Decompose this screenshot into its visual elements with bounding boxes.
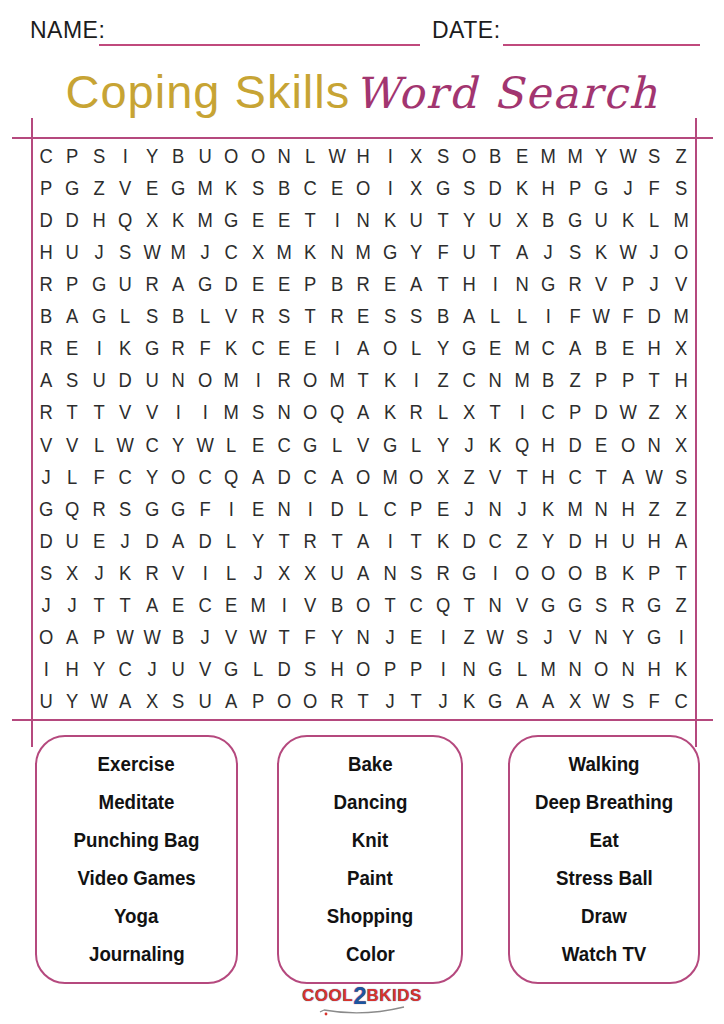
grid-cell[interactable]: O xyxy=(378,332,402,364)
grid-cell[interactable]: D xyxy=(484,172,508,204)
grid-cell[interactable]: O xyxy=(298,364,322,396)
grid-cell[interactable]: E xyxy=(87,525,111,557)
grid-cell[interactable]: J xyxy=(193,236,217,268)
grid-cell[interactable]: G xyxy=(87,268,111,300)
grid-cell[interactable]: N xyxy=(484,493,508,525)
grid-cell[interactable]: W xyxy=(140,236,164,268)
grid-cell[interactable]: H xyxy=(642,332,666,364)
grid-cell[interactable]: Q xyxy=(325,396,349,428)
grid-cell[interactable]: H xyxy=(536,461,560,493)
grid-cell[interactable]: G xyxy=(536,268,560,300)
grid-cell[interactable]: R xyxy=(404,396,428,428)
grid-cell[interactable]: J xyxy=(113,525,137,557)
grid-cell[interactable]: Q xyxy=(431,589,455,621)
grid-cell[interactable]: E xyxy=(60,332,84,364)
grid-cell[interactable]: R xyxy=(272,364,296,396)
grid-cell[interactable]: F xyxy=(642,685,666,717)
grid-cell[interactable]: Y xyxy=(60,685,84,717)
grid-cell[interactable]: B xyxy=(536,204,560,236)
grid-cell[interactable]: G xyxy=(563,589,587,621)
grid-cell[interactable]: I xyxy=(378,172,402,204)
grid-cell[interactable]: U xyxy=(589,204,613,236)
grid-cell[interactable]: D xyxy=(272,461,296,493)
grid-cell[interactable]: M xyxy=(272,236,296,268)
grid-cell[interactable]: W xyxy=(325,140,349,172)
grid-cell[interactable]: S xyxy=(113,236,137,268)
grid-cell[interactable]: F xyxy=(563,300,587,332)
grid-cell[interactable]: X xyxy=(246,236,270,268)
grid-cell[interactable]: G xyxy=(642,589,666,621)
grid-cell[interactable]: E xyxy=(140,172,164,204)
grid-cell[interactable]: D xyxy=(34,525,58,557)
grid-cell[interactable]: W xyxy=(140,621,164,653)
grid-cell[interactable]: O xyxy=(298,396,322,428)
grid-cell[interactable]: A xyxy=(325,461,349,493)
grid-cell[interactable]: R xyxy=(34,396,58,428)
grid-cell[interactable]: G xyxy=(457,557,481,589)
grid-cell[interactable]: A xyxy=(166,268,190,300)
name-input-line[interactable] xyxy=(99,44,420,46)
grid-cell[interactable]: E xyxy=(166,589,190,621)
grid-cell[interactable]: S xyxy=(669,461,693,493)
grid-cell[interactable]: I xyxy=(246,364,270,396)
grid-cell[interactable]: C xyxy=(378,493,402,525)
grid-cell[interactable]: N xyxy=(642,429,666,461)
grid-cell[interactable]: M xyxy=(351,236,375,268)
grid-cell[interactable]: C xyxy=(113,461,137,493)
grid-cell[interactable]: E xyxy=(246,429,270,461)
grid-cell[interactable]: A xyxy=(166,525,190,557)
grid-cell[interactable]: K xyxy=(457,685,481,717)
grid-cell[interactable]: A xyxy=(140,589,164,621)
grid-cell[interactable]: J xyxy=(140,653,164,685)
grid-cell[interactable]: E xyxy=(272,268,296,300)
grid-cell[interactable]: G xyxy=(34,493,58,525)
grid-cell[interactable]: V xyxy=(484,461,508,493)
grid-cell[interactable]: I xyxy=(536,300,560,332)
grid-cell[interactable]: O xyxy=(589,653,613,685)
grid-cell[interactable]: K xyxy=(616,557,640,589)
grid-cell[interactable]: G xyxy=(166,172,190,204)
grid-cell[interactable]: N xyxy=(272,493,296,525)
grid-cell[interactable]: G xyxy=(219,204,243,236)
grid-cell[interactable]: M xyxy=(536,140,560,172)
grid-cell[interactable]: E xyxy=(484,332,508,364)
grid-cell[interactable]: X xyxy=(140,685,164,717)
grid-cell[interactable]: X xyxy=(563,685,587,717)
grid-cell[interactable]: C xyxy=(669,685,693,717)
grid-cell[interactable]: U xyxy=(616,525,640,557)
grid-cell[interactable]: H xyxy=(87,204,111,236)
grid-cell[interactable]: H xyxy=(536,429,560,461)
grid-cell[interactable]: X xyxy=(298,557,322,589)
grid-cell[interactable]: A xyxy=(246,461,270,493)
grid-cell[interactable]: M xyxy=(325,364,349,396)
grid-cell[interactable]: T xyxy=(351,685,375,717)
grid-cell[interactable]: O xyxy=(246,140,270,172)
grid-cell[interactable]: H xyxy=(616,493,640,525)
grid-cell[interactable]: K xyxy=(589,236,613,268)
grid-cell[interactable]: U xyxy=(60,525,84,557)
grid-cell[interactable]: W xyxy=(193,429,217,461)
grid-cell[interactable]: I xyxy=(219,493,243,525)
grid-cell[interactable]: E xyxy=(219,589,243,621)
grid-cell[interactable]: T xyxy=(510,461,534,493)
grid-cell[interactable]: L xyxy=(219,525,243,557)
grid-cell[interactable]: L xyxy=(246,653,270,685)
grid-cell[interactable]: T xyxy=(351,364,375,396)
grid-cell[interactable]: R xyxy=(34,332,58,364)
grid-cell[interactable]: O xyxy=(351,172,375,204)
grid-cell[interactable]: I xyxy=(510,396,534,428)
grid-cell[interactable]: I xyxy=(87,332,111,364)
grid-cell[interactable]: O xyxy=(510,557,534,589)
grid-cell[interactable]: S xyxy=(669,172,693,204)
grid-cell[interactable]: N xyxy=(351,204,375,236)
grid-cell[interactable]: U xyxy=(166,653,190,685)
grid-cell[interactable]: D xyxy=(272,653,296,685)
grid-cell[interactable]: O xyxy=(404,461,428,493)
grid-cell[interactable]: U xyxy=(404,204,428,236)
grid-cell[interactable]: L xyxy=(325,429,349,461)
grid-cell[interactable]: N xyxy=(457,653,481,685)
grid-cell[interactable]: W xyxy=(87,685,111,717)
grid-cell[interactable]: I xyxy=(325,332,349,364)
grid-cell[interactable]: D xyxy=(140,525,164,557)
grid-cell[interactable]: V xyxy=(113,396,137,428)
grid-cell[interactable]: A xyxy=(510,236,534,268)
grid-cell[interactable]: B xyxy=(431,300,455,332)
grid-cell[interactable]: A xyxy=(536,685,560,717)
grid-cell[interactable]: Z xyxy=(669,589,693,621)
grid-cell[interactable]: W xyxy=(616,140,640,172)
grid-cell[interactable]: C xyxy=(536,332,560,364)
grid-cell[interactable]: N xyxy=(484,589,508,621)
grid-cell[interactable]: G xyxy=(219,653,243,685)
grid-cell[interactable]: U xyxy=(325,557,349,589)
grid-cell[interactable]: R xyxy=(34,268,58,300)
grid-cell[interactable]: M xyxy=(563,493,587,525)
grid-cell[interactable]: Y xyxy=(616,621,640,653)
grid-cell[interactable]: B xyxy=(34,300,58,332)
grid-cell[interactable]: H xyxy=(589,525,613,557)
grid-cell[interactable]: G xyxy=(642,621,666,653)
grid-cell[interactable]: G xyxy=(484,653,508,685)
grid-cell[interactable]: A xyxy=(60,300,84,332)
grid-cell[interactable]: Z xyxy=(457,621,481,653)
grid-cell[interactable]: E xyxy=(325,172,349,204)
grid-cell[interactable]: R xyxy=(140,557,164,589)
grid-cell[interactable]: X xyxy=(431,461,455,493)
grid-cell[interactable]: N xyxy=(563,653,587,685)
grid-cell[interactable]: F xyxy=(87,461,111,493)
grid-cell[interactable]: T xyxy=(298,204,322,236)
grid-cell[interactable]: O xyxy=(351,653,375,685)
grid-cell[interactable]: M xyxy=(378,461,402,493)
grid-cell[interactable]: A xyxy=(219,685,243,717)
grid-cell[interactable]: Y xyxy=(589,140,613,172)
grid-cell[interactable]: S xyxy=(642,140,666,172)
grid-cell[interactable]: E xyxy=(246,493,270,525)
grid-cell[interactable]: L xyxy=(642,204,666,236)
grid-cell[interactable]: J xyxy=(510,493,534,525)
grid-cell[interactable]: A xyxy=(563,332,587,364)
grid-cell[interactable]: M xyxy=(166,236,190,268)
grid-cell[interactable]: D xyxy=(642,300,666,332)
grid-cell[interactable]: W xyxy=(589,300,613,332)
grid-cell[interactable]: J xyxy=(60,589,84,621)
grid-cell[interactable]: P xyxy=(563,172,587,204)
grid-cell[interactable]: G xyxy=(87,300,111,332)
grid-cell[interactable]: H xyxy=(60,653,84,685)
grid-cell[interactable]: M xyxy=(219,396,243,428)
grid-cell[interactable]: L xyxy=(87,429,111,461)
grid-cell[interactable]: Z xyxy=(431,364,455,396)
grid-cell[interactable]: U xyxy=(34,685,58,717)
grid-cell[interactable]: B xyxy=(325,268,349,300)
grid-cell[interactable]: M xyxy=(563,140,587,172)
grid-cell[interactable]: J xyxy=(431,685,455,717)
grid-cell[interactable]: D xyxy=(193,525,217,557)
grid-cell[interactable]: K xyxy=(484,429,508,461)
grid-cell[interactable]: U xyxy=(193,685,217,717)
grid-cell[interactable]: G xyxy=(484,685,508,717)
grid-cell[interactable]: S xyxy=(510,621,534,653)
grid-cell[interactable]: O xyxy=(457,140,481,172)
grid-cell[interactable]: I xyxy=(34,653,58,685)
grid-cell[interactable]: R xyxy=(166,332,190,364)
grid-cell[interactable]: J xyxy=(378,685,402,717)
grid-cell[interactable]: E xyxy=(616,332,640,364)
grid-cell[interactable]: C xyxy=(34,140,58,172)
grid-cell[interactable]: N xyxy=(272,140,296,172)
grid-cell[interactable]: P xyxy=(87,621,111,653)
grid-cell[interactable]: E xyxy=(298,332,322,364)
grid-cell[interactable]: N xyxy=(351,621,375,653)
grid-cell[interactable]: I xyxy=(166,396,190,428)
grid-cell[interactable]: B xyxy=(272,172,296,204)
grid-cell[interactable]: Y xyxy=(431,429,455,461)
grid-cell[interactable]: E xyxy=(404,621,428,653)
grid-cell[interactable]: W xyxy=(484,621,508,653)
grid-cell[interactable]: L xyxy=(113,300,137,332)
grid-cell[interactable]: J xyxy=(34,589,58,621)
grid-cell[interactable]: V xyxy=(113,172,137,204)
grid-cell[interactable]: P xyxy=(246,685,270,717)
grid-cell[interactable]: G xyxy=(589,172,613,204)
grid-cell[interactable]: E xyxy=(272,332,296,364)
grid-cell[interactable]: R xyxy=(616,589,640,621)
grid-cell[interactable]: A xyxy=(351,332,375,364)
grid-cell[interactable]: L xyxy=(351,493,375,525)
grid-cell[interactable]: M xyxy=(510,332,534,364)
grid-cell[interactable]: O xyxy=(298,685,322,717)
grid-cell[interactable]: T xyxy=(404,685,428,717)
grid-cell[interactable]: W xyxy=(246,621,270,653)
grid-cell[interactable]: V xyxy=(669,268,693,300)
grid-cell[interactable]: P xyxy=(642,557,666,589)
grid-cell[interactable]: M xyxy=(193,204,217,236)
grid-cell[interactable]: T xyxy=(87,396,111,428)
grid-cell[interactable]: S xyxy=(616,685,640,717)
grid-cell[interactable]: P xyxy=(404,653,428,685)
grid-cell[interactable]: X xyxy=(272,557,296,589)
grid-cell[interactable]: B xyxy=(166,621,190,653)
grid-cell[interactable]: P xyxy=(298,268,322,300)
grid-cell[interactable]: E xyxy=(246,268,270,300)
grid-cell[interactable]: K xyxy=(219,332,243,364)
grid-cell[interactable]: Y xyxy=(166,429,190,461)
grid-cell[interactable]: N xyxy=(484,364,508,396)
grid-cell[interactable]: W xyxy=(113,621,137,653)
grid-cell[interactable]: H xyxy=(642,525,666,557)
grid-cell[interactable]: R xyxy=(298,525,322,557)
grid-cell[interactable]: H xyxy=(34,236,58,268)
grid-cell[interactable]: M xyxy=(219,364,243,396)
grid-cell[interactable]: P xyxy=(616,364,640,396)
grid-cell[interactable]: R xyxy=(351,268,375,300)
grid-cell[interactable]: D xyxy=(563,525,587,557)
grid-cell[interactable]: C xyxy=(563,461,587,493)
grid-cell[interactable]: S xyxy=(34,557,58,589)
grid-cell[interactable]: Y xyxy=(87,653,111,685)
grid-cell[interactable]: A xyxy=(669,525,693,557)
grid-cell[interactable]: T xyxy=(113,589,137,621)
grid-cell[interactable]: F xyxy=(642,172,666,204)
grid-cell[interactable]: V xyxy=(34,429,58,461)
grid-cell[interactable]: X xyxy=(404,172,428,204)
grid-cell[interactable]: I xyxy=(669,621,693,653)
grid-cell[interactable]: Y xyxy=(246,525,270,557)
grid-cell[interactable]: S xyxy=(563,236,587,268)
grid-cell[interactable]: D xyxy=(563,429,587,461)
grid-cell[interactable]: U xyxy=(457,236,481,268)
grid-cell[interactable]: F xyxy=(616,300,640,332)
grid-cell[interactable]: S xyxy=(298,653,322,685)
grid-cell[interactable]: V xyxy=(589,268,613,300)
grid-cell[interactable]: X xyxy=(140,204,164,236)
grid-cell[interactable]: J xyxy=(457,493,481,525)
grid-cell[interactable]: N xyxy=(589,493,613,525)
grid-cell[interactable]: H xyxy=(642,653,666,685)
grid-cell[interactable]: Q xyxy=(219,461,243,493)
grid-cell[interactable]: X xyxy=(457,396,481,428)
grid-cell[interactable]: K xyxy=(113,332,137,364)
grid-cell[interactable]: G xyxy=(140,332,164,364)
grid-cell[interactable]: U xyxy=(113,268,137,300)
grid-cell[interactable]: A xyxy=(351,557,375,589)
grid-cell[interactable]: T xyxy=(457,589,481,621)
grid-cell[interactable]: T xyxy=(431,204,455,236)
grid-cell[interactable]: H xyxy=(351,140,375,172)
grid-cell[interactable]: Y xyxy=(404,236,428,268)
grid-cell[interactable]: T xyxy=(642,364,666,396)
grid-cell[interactable]: B xyxy=(325,589,349,621)
grid-cell[interactable]: Q xyxy=(510,429,534,461)
grid-cell[interactable]: H xyxy=(457,268,481,300)
grid-cell[interactable]: P xyxy=(563,396,587,428)
grid-cell[interactable]: S xyxy=(431,140,455,172)
grid-cell[interactable]: K xyxy=(536,493,560,525)
grid-cell[interactable]: V xyxy=(60,429,84,461)
grid-cell[interactable]: A xyxy=(616,461,640,493)
grid-cell[interactable]: J xyxy=(642,236,666,268)
grid-cell[interactable]: Y xyxy=(140,461,164,493)
grid-cell[interactable]: K xyxy=(669,653,693,685)
grid-cell[interactable]: O xyxy=(272,685,296,717)
grid-cell[interactable]: K xyxy=(166,204,190,236)
grid-cell[interactable]: T xyxy=(431,268,455,300)
grid-cell[interactable]: U xyxy=(60,236,84,268)
grid-cell[interactable]: X xyxy=(404,140,428,172)
grid-cell[interactable]: F xyxy=(431,236,455,268)
grid-cell[interactable]: P xyxy=(589,364,613,396)
grid-cell[interactable]: Y xyxy=(457,204,481,236)
grid-cell[interactable]: K xyxy=(219,172,243,204)
grid-cell[interactable]: J xyxy=(87,236,111,268)
grid-cell[interactable]: B xyxy=(589,557,613,589)
grid-cell[interactable]: T xyxy=(60,396,84,428)
grid-cell[interactable]: L xyxy=(298,140,322,172)
grid-cell[interactable]: S xyxy=(87,140,111,172)
grid-cell[interactable]: L xyxy=(510,300,534,332)
grid-cell[interactable]: Z xyxy=(669,493,693,525)
grid-cell[interactable]: F xyxy=(193,493,217,525)
grid-cell[interactable]: W xyxy=(616,396,640,428)
grid-cell[interactable]: T xyxy=(669,557,693,589)
grid-cell[interactable]: B xyxy=(166,300,190,332)
grid-cell[interactable]: R xyxy=(325,300,349,332)
grid-cell[interactable]: X xyxy=(669,396,693,428)
grid-cell[interactable]: S xyxy=(113,493,137,525)
grid-cell[interactable]: T xyxy=(378,589,402,621)
grid-cell[interactable]: K xyxy=(510,172,534,204)
grid-cell[interactable]: C xyxy=(484,525,508,557)
grid-cell[interactable]: K xyxy=(298,236,322,268)
grid-cell[interactable]: A xyxy=(60,621,84,653)
grid-cell[interactable]: I xyxy=(378,525,402,557)
grid-cell[interactable]: N xyxy=(589,621,613,653)
grid-cell[interactable]: G xyxy=(563,204,587,236)
grid-cell[interactable]: I xyxy=(298,493,322,525)
grid-cell[interactable]: T xyxy=(272,621,296,653)
grid-cell[interactable]: Y xyxy=(325,621,349,653)
grid-cell[interactable]: Z xyxy=(642,396,666,428)
grid-cell[interactable]: I xyxy=(431,621,455,653)
grid-cell[interactable]: O xyxy=(351,589,375,621)
grid-cell[interactable]: U xyxy=(87,364,111,396)
grid-cell[interactable]: D xyxy=(219,268,243,300)
grid-cell[interactable]: A xyxy=(457,300,481,332)
grid-cell[interactable]: T xyxy=(272,525,296,557)
grid-cell[interactable]: N xyxy=(325,236,349,268)
grid-cell[interactable]: Z xyxy=(669,140,693,172)
grid-cell[interactable]: P xyxy=(60,140,84,172)
grid-cell[interactable]: O xyxy=(351,461,375,493)
grid-cell[interactable]: E xyxy=(351,300,375,332)
grid-cell[interactable]: C xyxy=(219,236,243,268)
grid-cell[interactable]: W xyxy=(616,236,640,268)
grid-cell[interactable]: C xyxy=(193,461,217,493)
grid-cell[interactable]: G xyxy=(298,429,322,461)
grid-cell[interactable]: S xyxy=(378,300,402,332)
grid-cell[interactable]: U xyxy=(140,364,164,396)
grid-cell[interactable]: K xyxy=(113,557,137,589)
grid-cell[interactable]: P xyxy=(404,493,428,525)
grid-cell[interactable]: A xyxy=(113,685,137,717)
grid-cell[interactable]: P xyxy=(616,268,640,300)
grid-cell[interactable]: Y xyxy=(536,525,560,557)
